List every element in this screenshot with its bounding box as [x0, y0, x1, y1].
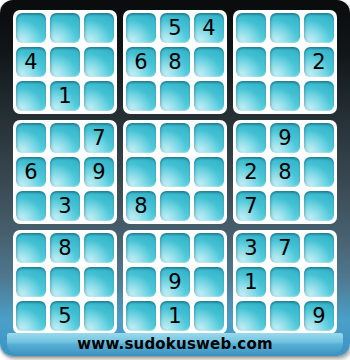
cell-r6c5[interactable]	[160, 191, 190, 221]
cell-r5c9[interactable]	[304, 157, 334, 187]
cell-r7c9[interactable]	[304, 233, 334, 263]
cell-r8c5[interactable]: 9	[160, 267, 190, 297]
cell-r3c4[interactable]	[126, 81, 156, 111]
cell-r5c3[interactable]: 9	[84, 157, 114, 187]
cell-r2c1[interactable]: 4	[16, 47, 46, 77]
cell-r5c1[interactable]: 6	[16, 157, 46, 187]
cell-r2c9[interactable]: 2	[304, 47, 334, 77]
cell-r1c1[interactable]	[16, 13, 46, 43]
cell-r3c8[interactable]	[270, 81, 300, 111]
cell-r2c5[interactable]: 8	[160, 47, 190, 77]
cell-r8c2[interactable]	[50, 267, 80, 297]
cell-r9c5[interactable]: 1	[160, 301, 190, 331]
cell-r6c6[interactable]	[194, 191, 224, 221]
cell-r7c6[interactable]	[194, 233, 224, 263]
cell-r2c2[interactable]	[50, 47, 80, 77]
cell-r7c7[interactable]: 3	[236, 233, 266, 263]
cell-r2c4[interactable]: 6	[126, 47, 156, 77]
cell-r4c3[interactable]: 7	[84, 123, 114, 153]
box-3-2: 91	[123, 230, 227, 334]
box-2-2: 8	[123, 120, 227, 224]
cell-r9c8[interactable]	[270, 301, 300, 331]
box-1-1: 41	[13, 10, 117, 114]
cell-r6c8[interactable]	[270, 191, 300, 221]
cell-r5c8[interactable]: 8	[270, 157, 300, 187]
cell-r7c1[interactable]	[16, 233, 46, 263]
cell-r8c7[interactable]: 1	[236, 267, 266, 297]
cell-r5c4[interactable]	[126, 157, 156, 187]
cell-r4c1[interactable]	[16, 123, 46, 153]
cell-r1c4[interactable]	[126, 13, 156, 43]
box-3-1: 85	[13, 230, 117, 334]
cell-r8c8[interactable]	[270, 267, 300, 297]
cell-r5c5[interactable]	[160, 157, 190, 187]
cell-r3c6[interactable]	[194, 81, 224, 111]
cell-r6c7[interactable]: 7	[236, 191, 266, 221]
cell-r8c6[interactable]	[194, 267, 224, 297]
cell-r5c7[interactable]: 2	[236, 157, 266, 187]
cell-r3c3[interactable]	[84, 81, 114, 111]
cell-r5c2[interactable]	[50, 157, 80, 187]
cell-r6c4[interactable]: 8	[126, 191, 156, 221]
cell-r2c3[interactable]	[84, 47, 114, 77]
cell-r6c2[interactable]: 3	[50, 191, 80, 221]
cell-r8c3[interactable]	[84, 267, 114, 297]
cell-r6c9[interactable]	[304, 191, 334, 221]
cell-r7c5[interactable]	[160, 233, 190, 263]
cell-r3c2[interactable]: 1	[50, 81, 80, 111]
cell-r4c8[interactable]: 9	[270, 123, 300, 153]
box-3-3: 3719	[233, 230, 337, 334]
cell-r3c5[interactable]	[160, 81, 190, 111]
sudoku-board-card: 415468276938928785913719 www.sudokusweb.…	[0, 0, 350, 356]
cell-r8c1[interactable]	[16, 267, 46, 297]
cell-r3c9[interactable]	[304, 81, 334, 111]
cell-r2c6[interactable]	[194, 47, 224, 77]
cell-r8c9[interactable]	[304, 267, 334, 297]
cell-r6c3[interactable]	[84, 191, 114, 221]
cell-r7c8[interactable]: 7	[270, 233, 300, 263]
cell-r7c4[interactable]	[126, 233, 156, 263]
box-1-3: 2	[233, 10, 337, 114]
cell-r9c4[interactable]	[126, 301, 156, 331]
cell-r1c6[interactable]: 4	[194, 13, 224, 43]
cell-r1c9[interactable]	[304, 13, 334, 43]
cell-r4c7[interactable]	[236, 123, 266, 153]
cell-r7c2[interactable]: 8	[50, 233, 80, 263]
cell-r4c9[interactable]	[304, 123, 334, 153]
cell-r4c5[interactable]	[160, 123, 190, 153]
cell-r1c3[interactable]	[84, 13, 114, 43]
cell-r5c6[interactable]	[194, 157, 224, 187]
cell-r9c9[interactable]: 9	[304, 301, 334, 331]
cell-r1c2[interactable]	[50, 13, 80, 43]
cell-r9c2[interactable]: 5	[50, 301, 80, 331]
cell-r1c8[interactable]	[270, 13, 300, 43]
cell-r9c6[interactable]	[194, 301, 224, 331]
footer-url: www.sudokusweb.com	[7, 333, 343, 354]
cell-r6c1[interactable]	[16, 191, 46, 221]
cell-r2c8[interactable]	[270, 47, 300, 77]
cell-r8c4[interactable]	[126, 267, 156, 297]
cell-r4c6[interactable]	[194, 123, 224, 153]
cell-r1c5[interactable]: 5	[160, 13, 190, 43]
box-2-3: 9287	[233, 120, 337, 224]
cell-r9c7[interactable]	[236, 301, 266, 331]
sudoku-grid: 415468276938928785913719	[13, 10, 337, 334]
cell-r1c7[interactable]	[236, 13, 266, 43]
cell-r9c3[interactable]	[84, 301, 114, 331]
cell-r4c2[interactable]	[50, 123, 80, 153]
box-2-1: 7693	[13, 120, 117, 224]
cell-r7c3[interactable]	[84, 233, 114, 263]
box-1-2: 5468	[123, 10, 227, 114]
cell-r4c4[interactable]	[126, 123, 156, 153]
cell-r2c7[interactable]	[236, 47, 266, 77]
cell-r9c1[interactable]	[16, 301, 46, 331]
cell-r3c7[interactable]	[236, 81, 266, 111]
cell-r3c1[interactable]	[16, 81, 46, 111]
